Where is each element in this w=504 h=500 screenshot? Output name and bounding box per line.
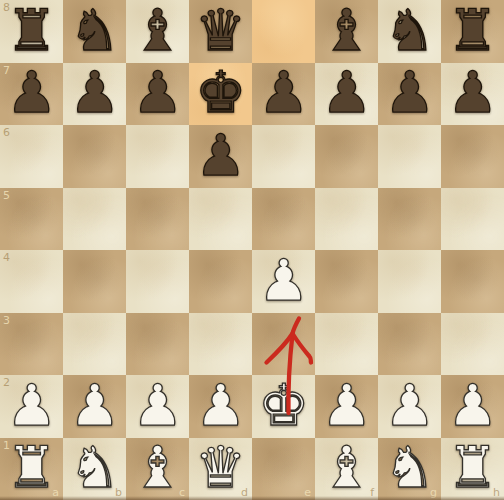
square-b2[interactable]: ♟ — [63, 375, 126, 438]
black-pawn[interactable]: ♟ — [258, 64, 309, 121]
black-pawn[interactable]: ♟ — [132, 64, 183, 121]
black-knight[interactable]: ♞ — [69, 2, 120, 59]
square-b5[interactable] — [63, 188, 126, 251]
white-knight[interactable]: ♞ — [384, 439, 435, 496]
white-pawn[interactable]: ♟ — [69, 377, 120, 434]
white-pawn[interactable]: ♟ — [132, 377, 183, 434]
square-d3[interactable] — [189, 313, 252, 376]
square-e5[interactable] — [252, 188, 315, 251]
square-g8[interactable]: ♞ — [378, 0, 441, 63]
black-knight[interactable]: ♞ — [384, 2, 435, 59]
square-b6[interactable] — [63, 125, 126, 188]
square-d6[interactable]: ♟ — [189, 125, 252, 188]
black-rook[interactable]: ♜ — [447, 2, 498, 59]
black-king[interactable]: ♚ — [195, 64, 246, 121]
white-bishop[interactable]: ♝ — [321, 439, 372, 496]
square-h4[interactable] — [441, 250, 504, 313]
square-h2[interactable]: ♟ — [441, 375, 504, 438]
black-bishop[interactable]: ♝ — [132, 2, 183, 59]
square-b4[interactable] — [63, 250, 126, 313]
white-pawn[interactable]: ♟ — [258, 252, 309, 309]
square-c7[interactable]: ♟ — [126, 63, 189, 126]
white-pawn[interactable]: ♟ — [195, 377, 246, 434]
square-f7[interactable]: ♟ — [315, 63, 378, 126]
white-bishop[interactable]: ♝ — [132, 439, 183, 496]
square-e4[interactable]: ♟ — [252, 250, 315, 313]
white-pawn[interactable]: ♟ — [321, 377, 372, 434]
square-e3[interactable] — [252, 313, 315, 376]
square-c6[interactable] — [126, 125, 189, 188]
square-b1[interactable]: ♞b — [63, 438, 126, 500]
rank-label-5: 5 — [3, 190, 10, 201]
square-f2[interactable]: ♟ — [315, 375, 378, 438]
square-c5[interactable] — [126, 188, 189, 251]
square-e1[interactable]: e — [252, 438, 315, 500]
black-pawn[interactable]: ♟ — [447, 64, 498, 121]
square-g5[interactable] — [378, 188, 441, 251]
white-pawn[interactable]: ♟ — [447, 377, 498, 434]
square-a5[interactable]: 5 — [0, 188, 63, 251]
square-c4[interactable] — [126, 250, 189, 313]
square-f6[interactable] — [315, 125, 378, 188]
square-d8[interactable]: ♛ — [189, 0, 252, 63]
black-pawn[interactable]: ♟ — [195, 127, 246, 184]
black-rook[interactable]: ♜ — [6, 2, 57, 59]
white-queen[interactable]: ♛ — [195, 439, 246, 496]
square-g6[interactable] — [378, 125, 441, 188]
square-a8[interactable]: ♜8 — [0, 0, 63, 63]
square-a1[interactable]: ♜1a — [0, 438, 63, 500]
square-g2[interactable]: ♟ — [378, 375, 441, 438]
square-a7[interactable]: ♟7 — [0, 63, 63, 126]
black-pawn[interactable]: ♟ — [384, 64, 435, 121]
white-rook[interactable]: ♜ — [447, 439, 498, 496]
white-pawn[interactable]: ♟ — [384, 377, 435, 434]
square-g7[interactable]: ♟ — [378, 63, 441, 126]
square-h8[interactable]: ♜ — [441, 0, 504, 63]
square-h6[interactable] — [441, 125, 504, 188]
square-f3[interactable] — [315, 313, 378, 376]
square-g4[interactable] — [378, 250, 441, 313]
square-b3[interactable] — [63, 313, 126, 376]
black-pawn[interactable]: ♟ — [6, 64, 57, 121]
square-h3[interactable] — [441, 313, 504, 376]
square-h5[interactable] — [441, 188, 504, 251]
square-f5[interactable] — [315, 188, 378, 251]
square-h1[interactable]: ♜h — [441, 438, 504, 500]
square-c1[interactable]: ♝c — [126, 438, 189, 500]
rank-label-3: 3 — [3, 315, 10, 326]
square-h7[interactable]: ♟ — [441, 63, 504, 126]
chess-board: ♜8♞♝♛♝♞♜♟7♟♟♚♟♟♟♟6♟54♟3♟2♟♟♟♚♟♟♟♜1a♞b♝c♛… — [0, 0, 504, 500]
square-f8[interactable]: ♝ — [315, 0, 378, 63]
white-rook[interactable]: ♜ — [6, 439, 57, 496]
white-king[interactable]: ♚ — [258, 377, 309, 434]
black-pawn[interactable]: ♟ — [321, 64, 372, 121]
square-f4[interactable] — [315, 250, 378, 313]
black-pawn[interactable]: ♟ — [69, 64, 120, 121]
square-c8[interactable]: ♝ — [126, 0, 189, 63]
rank-label-6: 6 — [3, 127, 10, 138]
square-c2[interactable]: ♟ — [126, 375, 189, 438]
square-d5[interactable] — [189, 188, 252, 251]
square-d2[interactable]: ♟ — [189, 375, 252, 438]
square-d7[interactable]: ♚ — [189, 63, 252, 126]
square-f1[interactable]: ♝f — [315, 438, 378, 500]
square-g1[interactable]: ♞g — [378, 438, 441, 500]
white-pawn[interactable]: ♟ — [6, 377, 57, 434]
square-a2[interactable]: ♟2 — [0, 375, 63, 438]
square-e2[interactable]: ♚ — [252, 375, 315, 438]
square-a4[interactable]: 4 — [0, 250, 63, 313]
square-c3[interactable] — [126, 313, 189, 376]
square-b8[interactable]: ♞ — [63, 0, 126, 63]
square-e8[interactable] — [252, 0, 315, 63]
square-a3[interactable]: 3 — [0, 313, 63, 376]
square-g3[interactable] — [378, 313, 441, 376]
black-queen[interactable]: ♛ — [195, 2, 246, 59]
square-d1[interactable]: ♛d — [189, 438, 252, 500]
square-b7[interactable]: ♟ — [63, 63, 126, 126]
black-bishop[interactable]: ♝ — [321, 2, 372, 59]
file-label-e: e — [304, 487, 311, 498]
white-knight[interactable]: ♞ — [69, 439, 120, 496]
rank-label-4: 4 — [3, 252, 10, 263]
square-a6[interactable]: 6 — [0, 125, 63, 188]
square-e7[interactable]: ♟ — [252, 63, 315, 126]
square-e6[interactable] — [252, 125, 315, 188]
square-d4[interactable] — [189, 250, 252, 313]
